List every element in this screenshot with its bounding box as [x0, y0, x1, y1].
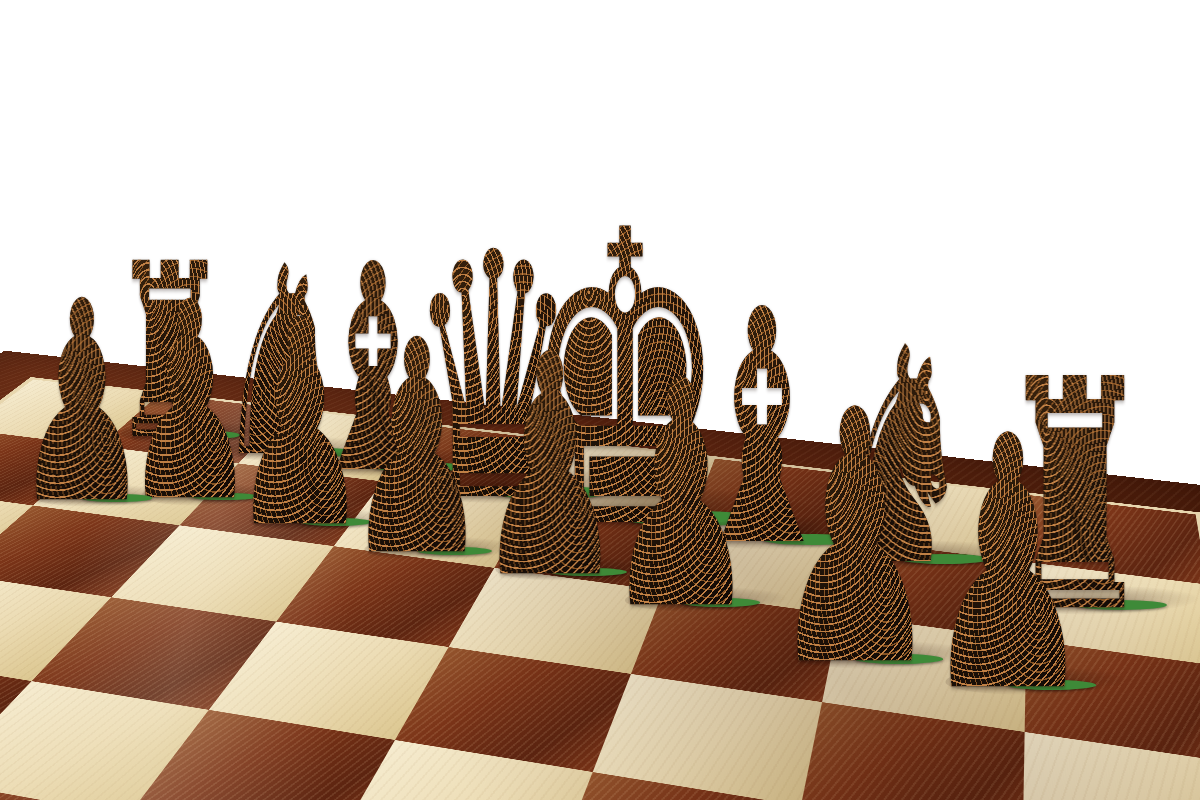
product-photo-scene: ♜♞♝♛♚♝♞♜♟♟♟♟♟♟♟♟ — [0, 0, 1200, 800]
chess-board — [0, 351, 1200, 800]
chess-board-grid — [0, 377, 1200, 800]
board-frame — [0, 351, 1200, 800]
